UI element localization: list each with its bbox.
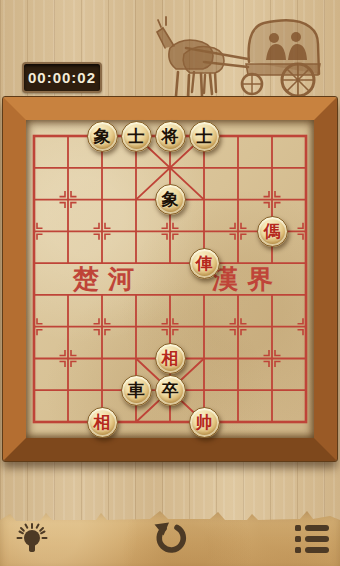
piece-label: 士 — [128, 127, 145, 144]
piece-label: 象 — [94, 127, 111, 144]
piece-black-象[interactable]: 象 — [155, 184, 186, 215]
hint-button[interactable] — [10, 516, 54, 562]
timer-display: 00:00:02 — [22, 62, 102, 93]
list-menu-icon — [294, 523, 330, 555]
xiangqi-board[interactable]: 楚河 漢界 象士将士象傌俥相車卒相帅 — [26, 120, 314, 438]
piece-black-象[interactable]: 象 — [87, 121, 118, 152]
piece-label: 卒 — [162, 381, 179, 398]
timer-value: 00:00:02 — [28, 69, 96, 86]
piece-black-士[interactable]: 士 — [121, 121, 152, 152]
undo-button[interactable] — [148, 516, 192, 562]
piece-black-車[interactable]: 車 — [121, 375, 152, 406]
app-screen: 00:00:02 楚河 漢界 象士将士象傌俥相車卒相帅 — [0, 0, 340, 566]
undo-arrow-icon — [152, 521, 188, 557]
piece-black-卒[interactable]: 卒 — [155, 375, 186, 406]
piece-label: 相 — [162, 349, 179, 366]
piece-red-俥[interactable]: 俥 — [189, 248, 220, 279]
menu-button[interactable] — [290, 516, 334, 562]
piece-label: 俥 — [196, 254, 213, 271]
river-label-right: 漢界 — [211, 264, 282, 294]
piece-label: 将 — [162, 127, 179, 144]
piece-red-相[interactable]: 相 — [87, 407, 118, 438]
piece-black-将[interactable]: 将 — [155, 121, 186, 152]
piece-red-傌[interactable]: 傌 — [257, 216, 288, 247]
piece-label: 象 — [162, 191, 179, 208]
river-label-left: 楚河 — [72, 264, 143, 294]
piece-red-相[interactable]: 相 — [155, 343, 186, 374]
piece-label: 士 — [196, 127, 213, 144]
piece-label: 傌 — [264, 222, 281, 239]
piece-label: 相 — [94, 413, 111, 430]
piece-label: 車 — [128, 381, 145, 398]
board-frame: 楚河 漢界 象士将士象傌俥相車卒相帅 — [3, 97, 337, 461]
piece-red-帅[interactable]: 帅 — [189, 407, 220, 438]
lightbulb-icon — [13, 519, 51, 559]
horse-carriage-engraving-icon — [148, 4, 340, 100]
piece-label: 帅 — [196, 413, 213, 430]
piece-black-士[interactable]: 士 — [189, 121, 220, 152]
